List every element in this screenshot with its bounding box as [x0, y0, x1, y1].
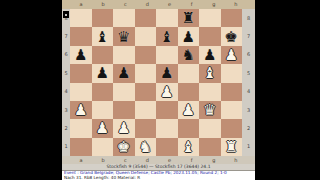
- black-queen-piece[interactable]: ♛: [117, 28, 130, 46]
- file-label-h: h: [225, 2, 247, 7]
- square-c7[interactable]: ♛: [113, 27, 135, 45]
- square-b1[interactable]: [92, 138, 114, 156]
- white-pawn-piece[interactable]: ♟: [160, 83, 173, 101]
- file-label-f: f: [181, 2, 203, 7]
- square-f6[interactable]: ♞: [178, 46, 200, 64]
- black-pawn-piece[interactable]: ♟: [160, 64, 173, 82]
- square-e5[interactable]: ♟: [156, 64, 178, 82]
- file-label-d: d: [136, 158, 158, 163]
- square-c3[interactable]: [113, 101, 135, 119]
- square-a7[interactable]: [70, 27, 92, 45]
- square-a1[interactable]: [70, 138, 92, 156]
- square-g2[interactable]: [199, 119, 221, 137]
- white-bishop-piece[interactable]: ♝: [182, 138, 195, 156]
- white-pawn-piece[interactable]: ♟: [182, 101, 195, 119]
- black-rook-piece[interactable]: ♜: [182, 9, 195, 27]
- square-c2[interactable]: ♟: [113, 119, 135, 137]
- white-pawn-piece[interactable]: ♟: [117, 119, 130, 137]
- square-c4[interactable]: [113, 83, 135, 101]
- black-bishop-piece[interactable]: ♝: [160, 28, 173, 46]
- rank-label-5: 5: [62, 71, 70, 76]
- pillarbox-right: [255, 0, 320, 180]
- file-label-d: d: [136, 2, 158, 7]
- file-label-g: g: [203, 158, 225, 163]
- black-king-piece[interactable]: ♚: [225, 28, 238, 46]
- rank-label-2: 2: [242, 126, 255, 131]
- square-e6[interactable]: [156, 46, 178, 64]
- file-label-f: f: [181, 158, 203, 163]
- black-pawn-piece[interactable]: ♟: [96, 64, 109, 82]
- rank-label-7: 7: [242, 34, 255, 39]
- black-pawn-piece[interactable]: ♟: [203, 46, 216, 64]
- file-label-h: h: [225, 158, 247, 163]
- square-f7[interactable]: ♟: [178, 27, 200, 45]
- square-b3[interactable]: [92, 101, 114, 119]
- black-pawn-piece[interactable]: ♟: [182, 28, 195, 46]
- indicator-dot: [65, 14, 67, 16]
- file-label-b: b: [92, 158, 114, 163]
- file-label-g: g: [203, 2, 225, 7]
- board-area: 87654321 ♜♝♛♝♟♚♟♞♟♟♟♟♟♝♟♟♟♛♟♟♚♞♝♜ 876543…: [62, 9, 255, 156]
- square-e7[interactable]: ♝: [156, 27, 178, 45]
- square-c1[interactable]: ♚: [113, 138, 135, 156]
- black-pawn-piece[interactable]: ♟: [117, 64, 130, 82]
- rank-label-8: 8: [242, 16, 255, 21]
- square-f3[interactable]: ♟: [178, 101, 200, 119]
- square-b8[interactable]: [92, 9, 114, 27]
- white-knight-piece[interactable]: ♞: [139, 138, 152, 156]
- square-h2[interactable]: [221, 119, 243, 137]
- square-e3[interactable]: [156, 101, 178, 119]
- square-d8[interactable]: [135, 9, 157, 27]
- file-label-c: c: [114, 2, 136, 7]
- rank-label-1: 1: [242, 144, 255, 149]
- square-a3[interactable]: ♟: [70, 101, 92, 119]
- chess-app-frame: abcdefgh 87654321 ♜♝♛♝♟♚♟♞♟♟♟♟♟♝♟♟♟♛♟♟♚♞…: [62, 0, 255, 180]
- rank-label-4: 4: [242, 89, 255, 94]
- square-f8[interactable]: ♜: [178, 9, 200, 27]
- square-h6[interactable]: ♟: [221, 46, 243, 64]
- square-d1[interactable]: ♞: [135, 138, 157, 156]
- game-info-box: Event : Grand Belgrade; Queen Defense; C…: [62, 170, 255, 180]
- square-e4[interactable]: ♟: [156, 83, 178, 101]
- rank-labels-left: 87654321: [62, 9, 70, 156]
- square-a6[interactable]: ♟: [70, 46, 92, 64]
- square-f4[interactable]: [178, 83, 200, 101]
- square-d5[interactable]: [135, 64, 157, 82]
- rank-label-5: 5: [242, 71, 255, 76]
- file-label-c: c: [114, 158, 136, 163]
- file-label-a: a: [70, 2, 92, 7]
- square-h3[interactable]: [221, 101, 243, 119]
- square-a4[interactable]: [70, 83, 92, 101]
- white-king-piece[interactable]: ♚: [117, 138, 130, 156]
- square-h5[interactable]: [221, 64, 243, 82]
- square-d2[interactable]: [135, 119, 157, 137]
- rank-label-3: 3: [242, 108, 255, 113]
- square-b7[interactable]: ♝: [92, 27, 114, 45]
- square-e8[interactable]: [156, 9, 178, 27]
- square-g6[interactable]: ♟: [199, 46, 221, 64]
- file-labels-top: abcdefgh: [62, 0, 255, 9]
- square-b4[interactable]: [92, 83, 114, 101]
- square-h8[interactable]: [221, 9, 243, 27]
- pillarbox-left: [0, 0, 62, 180]
- square-d7[interactable]: [135, 27, 157, 45]
- square-d3[interactable]: [135, 101, 157, 119]
- rank-label-3: 3: [62, 108, 70, 113]
- square-e2[interactable]: [156, 119, 178, 137]
- square-a8[interactable]: [70, 9, 92, 27]
- white-queen-piece[interactable]: ♛: [203, 101, 216, 119]
- file-label-a: a: [70, 158, 92, 163]
- black-knight-piece[interactable]: ♞: [182, 46, 195, 64]
- square-h7[interactable]: ♚: [221, 27, 243, 45]
- rank-label-4: 4: [62, 89, 70, 94]
- rank-label-7: 7: [62, 34, 70, 39]
- square-c5[interactable]: ♟: [113, 64, 135, 82]
- square-e1[interactable]: [156, 138, 178, 156]
- square-c6[interactable]: [113, 46, 135, 64]
- square-g5[interactable]: ♝: [199, 64, 221, 82]
- rank-label-2: 2: [62, 126, 70, 131]
- square-h4[interactable]: [221, 83, 243, 101]
- chess-board: ♜♝♛♝♟♚♟♞♟♟♟♟♟♝♟♟♟♛♟♟♚♞♝♜: [70, 9, 242, 156]
- square-f2[interactable]: [178, 119, 200, 137]
- square-g4[interactable]: [199, 83, 221, 101]
- white-bishop-piece[interactable]: ♝: [203, 64, 216, 82]
- square-g8[interactable]: [199, 9, 221, 27]
- white-pawn-piece[interactable]: ♟: [74, 101, 87, 119]
- file-label-b: b: [92, 2, 114, 7]
- square-f1[interactable]: ♝: [178, 138, 200, 156]
- square-a5[interactable]: [70, 64, 92, 82]
- rank-label-6: 6: [62, 52, 70, 57]
- file-label-e: e: [159, 158, 181, 163]
- square-a2[interactable]: [70, 119, 92, 137]
- square-f5[interactable]: [178, 64, 200, 82]
- square-g1[interactable]: [199, 138, 221, 156]
- white-pawn-piece[interactable]: ♟: [96, 119, 109, 137]
- rank-labels-right: 87654321: [242, 9, 255, 156]
- rank-label-6: 6: [242, 52, 255, 57]
- square-d6[interactable]: [135, 46, 157, 64]
- square-b6[interactable]: [92, 46, 114, 64]
- rank-label-1: 1: [62, 144, 70, 149]
- white-pawn-piece[interactable]: ♟: [225, 46, 238, 64]
- square-g3[interactable]: ♛: [199, 101, 221, 119]
- white-rook-piece[interactable]: ♜: [225, 138, 238, 156]
- square-c8[interactable]: [113, 9, 135, 27]
- black-bishop-piece[interactable]: ♝: [96, 28, 109, 46]
- black-pawn-piece[interactable]: ♟: [74, 46, 87, 64]
- side-to-move-indicator: [63, 11, 69, 18]
- file-label-e: e: [159, 2, 181, 7]
- square-d4[interactable]: [135, 83, 157, 101]
- square-g7[interactable]: [199, 27, 221, 45]
- file-labels-bottom: abcdefgh: [62, 156, 255, 164]
- square-h1[interactable]: ♜: [221, 138, 243, 156]
- square-b2[interactable]: ♟: [92, 119, 114, 137]
- square-b5[interactable]: ♟: [92, 64, 114, 82]
